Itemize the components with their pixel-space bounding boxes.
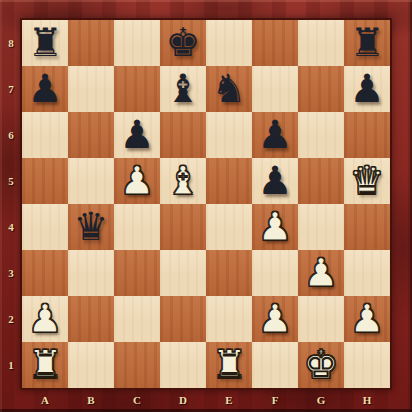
chess-board: ♜♚♜♟♝♞♟♟♟♟♝♟♛♛♟♟♟♟♟♜♜♚ [22,20,390,388]
piece-black-pawn-f6[interactable]: ♟ [252,112,298,158]
piece-black-king-d8[interactable]: ♚ [160,20,206,66]
file-label-d: D [160,388,206,412]
piece-black-knight-e7[interactable]: ♞ [206,66,252,112]
file-label-a: A [22,388,68,412]
piece-black-rook-a8[interactable]: ♜ [22,20,68,66]
square-d8[interactable]: ♚ [160,20,206,66]
rank-label-6: 6 [0,112,22,158]
piece-black-pawn-c6[interactable]: ♟ [114,112,160,158]
square-d7[interactable]: ♝ [160,66,206,112]
square-b2[interactable] [68,296,114,342]
square-a1[interactable]: ♜ [22,342,68,388]
square-c2[interactable] [114,296,160,342]
square-f4[interactable]: ♟ [252,204,298,250]
file-label-b: B [68,388,114,412]
square-b8[interactable] [68,20,114,66]
chess-board-frame: ♜♚♜♟♝♞♟♟♟♟♝♟♛♛♟♟♟♟♟♜♜♚ 87654321ABCDEFGH [0,0,412,412]
piece-white-pawn-f2[interactable]: ♟ [252,296,298,342]
file-label-e: E [206,388,252,412]
piece-black-pawn-h7[interactable]: ♟ [344,66,390,112]
square-e3[interactable] [206,250,252,296]
piece-white-rook-a1[interactable]: ♜ [22,342,68,388]
piece-black-pawn-f5[interactable]: ♟ [252,158,298,204]
square-a6[interactable] [22,112,68,158]
rank-label-4: 4 [0,204,22,250]
rank-label-5: 5 [0,158,22,204]
square-a3[interactable] [22,250,68,296]
square-a7[interactable]: ♟ [22,66,68,112]
square-b1[interactable] [68,342,114,388]
square-h2[interactable]: ♟ [344,296,390,342]
square-f6[interactable]: ♟ [252,112,298,158]
square-g8[interactable] [298,20,344,66]
square-h3[interactable] [344,250,390,296]
file-label-c: C [114,388,160,412]
square-d5[interactable]: ♝ [160,158,206,204]
square-f8[interactable] [252,20,298,66]
square-c4[interactable] [114,204,160,250]
square-g4[interactable] [298,204,344,250]
square-e4[interactable] [206,204,252,250]
square-f2[interactable]: ♟ [252,296,298,342]
square-h7[interactable]: ♟ [344,66,390,112]
rank-label-7: 7 [0,66,22,112]
piece-white-rook-e1[interactable]: ♜ [206,342,252,388]
square-e2[interactable] [206,296,252,342]
square-g2[interactable] [298,296,344,342]
square-e7[interactable]: ♞ [206,66,252,112]
rank-label-8: 8 [0,20,22,66]
square-d4[interactable] [160,204,206,250]
rank-label-2: 2 [0,296,22,342]
file-label-f: F [252,388,298,412]
file-label-g: G [298,388,344,412]
piece-white-king-g1[interactable]: ♚ [298,342,344,388]
square-e6[interactable] [206,112,252,158]
square-d6[interactable] [160,112,206,158]
square-g7[interactable] [298,66,344,112]
square-e8[interactable] [206,20,252,66]
square-f5[interactable]: ♟ [252,158,298,204]
square-c6[interactable]: ♟ [114,112,160,158]
square-c7[interactable] [114,66,160,112]
piece-white-queen-h5[interactable]: ♛ [344,158,390,204]
rank-label-1: 1 [0,342,22,388]
piece-black-queen-b4[interactable]: ♛ [68,204,114,250]
square-h1[interactable] [344,342,390,388]
piece-white-pawn-f4[interactable]: ♟ [252,204,298,250]
square-f1[interactable] [252,342,298,388]
piece-white-pawn-a2[interactable]: ♟ [22,296,68,342]
piece-black-pawn-a7[interactable]: ♟ [22,66,68,112]
square-c5[interactable]: ♟ [114,158,160,204]
square-b5[interactable] [68,158,114,204]
square-e1[interactable]: ♜ [206,342,252,388]
piece-white-bishop-d5[interactable]: ♝ [160,158,206,204]
square-g5[interactable] [298,158,344,204]
piece-white-pawn-g3[interactable]: ♟ [298,250,344,296]
square-h6[interactable] [344,112,390,158]
piece-black-bishop-d7[interactable]: ♝ [160,66,206,112]
square-d3[interactable] [160,250,206,296]
square-a5[interactable] [22,158,68,204]
square-h4[interactable] [344,204,390,250]
square-b6[interactable] [68,112,114,158]
square-g3[interactable]: ♟ [298,250,344,296]
rank-label-3: 3 [0,250,22,296]
square-b3[interactable] [68,250,114,296]
square-g6[interactable] [298,112,344,158]
square-a8[interactable]: ♜ [22,20,68,66]
square-f7[interactable] [252,66,298,112]
file-label-h: H [344,388,390,412]
square-e5[interactable] [206,158,252,204]
square-b7[interactable] [68,66,114,112]
square-d1[interactable] [160,342,206,388]
square-c1[interactable] [114,342,160,388]
piece-white-pawn-c5[interactable]: ♟ [114,158,160,204]
square-c8[interactable] [114,20,160,66]
piece-white-pawn-h2[interactable]: ♟ [344,296,390,342]
square-h5[interactable]: ♛ [344,158,390,204]
square-d2[interactable] [160,296,206,342]
square-a2[interactable]: ♟ [22,296,68,342]
square-c3[interactable] [114,250,160,296]
square-a4[interactable] [22,204,68,250]
square-g1[interactable]: ♚ [298,342,344,388]
piece-black-rook-h8[interactable]: ♜ [344,20,390,66]
square-f3[interactable] [252,250,298,296]
square-h8[interactable]: ♜ [344,20,390,66]
square-b4[interactable]: ♛ [68,204,114,250]
